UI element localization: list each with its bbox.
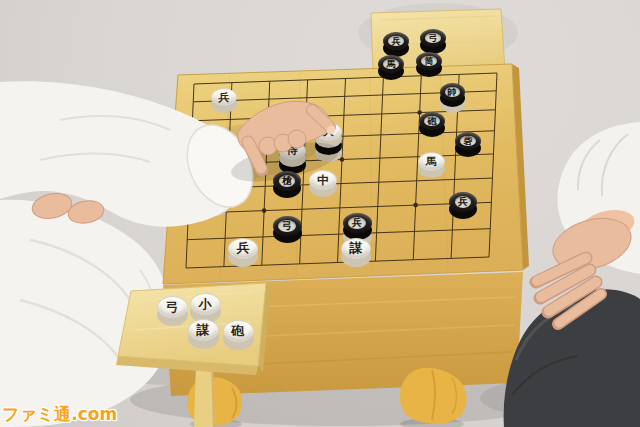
people-svg bbox=[0, 0, 640, 427]
scene: 兵兵大侍槍中忍弓兵兵謀帥砲砦馬兵兵弓馬筒弓小謀砲 bbox=[0, 0, 640, 427]
left-player-arm bbox=[0, 81, 265, 227]
right-player bbox=[504, 122, 640, 427]
site-watermark: ファミ通.com bbox=[2, 403, 117, 426]
pointing-hand bbox=[228, 101, 342, 189]
left-player-other-hand bbox=[30, 190, 74, 222]
